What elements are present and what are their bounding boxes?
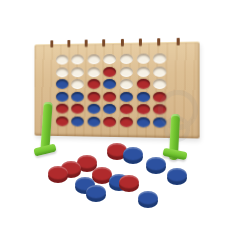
slot-mark [50, 40, 53, 47]
red-disc [137, 104, 150, 114]
empty-hole [72, 67, 84, 77]
empty-hole [120, 79, 133, 89]
red-disc [104, 117, 117, 127]
board-cell-r1c6 [135, 52, 152, 65]
blue-disc [56, 79, 68, 89]
blue-disc [88, 104, 101, 114]
board-cell-r3c6 [135, 78, 152, 91]
board-cell-r4c3 [86, 90, 102, 102]
board-cell-r1c2 [70, 53, 86, 66]
slot-mark [176, 38, 179, 45]
board-cell-r2c3 [86, 66, 102, 79]
left-stand-foot [33, 143, 56, 156]
empty-hole [88, 67, 101, 77]
board-cell-r2c1 [54, 66, 70, 78]
board-cell-r4c5 [118, 91, 135, 104]
board-cell-r3c3 [86, 78, 102, 90]
board-cell-r6c6 [135, 116, 152, 129]
slot-mark [139, 38, 142, 45]
empty-hole [120, 67, 133, 77]
board-cell-r3c4 [102, 78, 118, 91]
slot-mark [67, 40, 70, 47]
blue-disc [120, 92, 133, 102]
empty-hole [120, 54, 133, 64]
blue-disc [104, 79, 117, 89]
red-disc [120, 117, 133, 127]
slot-mark [85, 40, 88, 47]
empty-hole [137, 54, 150, 64]
red-disc [137, 79, 150, 89]
empty-hole [56, 55, 68, 65]
blue-disc [56, 92, 68, 102]
red-disc [56, 116, 68, 126]
board-cell-r5c2 [70, 103, 86, 115]
board-cell-r1c3 [86, 53, 102, 66]
board-cell-r6c5 [118, 116, 135, 129]
red-disc [56, 104, 68, 114]
board-cell-r3c2 [70, 78, 86, 90]
product-photo [0, 0, 228, 228]
board-cell-r5c1 [54, 103, 70, 115]
board-cell-r5c6 [135, 103, 152, 116]
board-grid [54, 52, 168, 129]
loose-blue-disc [146, 157, 166, 171]
red-disc [88, 92, 101, 102]
blue-disc [72, 116, 84, 126]
blue-disc [153, 117, 166, 127]
board-cell-r6c2 [70, 115, 86, 128]
blue-disc [137, 117, 150, 127]
board-cell-r1c4 [102, 53, 118, 66]
empty-hole [72, 79, 84, 89]
red-disc [153, 92, 166, 102]
loose-red-disc [48, 166, 68, 180]
board-cell-r2c2 [70, 66, 86, 78]
board-cell-r6c3 [86, 115, 102, 128]
blue-disc [137, 92, 150, 102]
slot-mark [103, 39, 106, 46]
board-cell-r3c5 [118, 78, 135, 91]
board-cell-r5c3 [86, 103, 102, 116]
slot-mark [121, 39, 124, 46]
board-cell-r4c6 [135, 91, 152, 104]
red-disc [72, 104, 84, 114]
red-disc [120, 104, 133, 114]
empty-hole [137, 66, 150, 76]
slot-mark [157, 38, 160, 45]
loose-blue-disc [138, 191, 158, 205]
board-cell-r2c7 [151, 65, 168, 78]
board-cell-r1c7 [151, 52, 168, 65]
board-cell-r4c7 [151, 91, 168, 104]
empty-hole [88, 54, 101, 64]
red-disc [88, 79, 101, 89]
board-cell-r6c7 [151, 116, 168, 129]
board-cell-r3c1 [54, 78, 70, 90]
red-disc [104, 92, 117, 102]
red-disc [104, 67, 117, 77]
loose-blue-disc [123, 147, 143, 161]
board-cell-r4c2 [70, 90, 86, 102]
empty-hole [153, 54, 166, 64]
board-cell-r6c4 [102, 115, 118, 128]
board-cell-r1c5 [118, 53, 135, 66]
board-cell-r5c5 [118, 103, 135, 116]
empty-hole [72, 55, 84, 65]
blue-disc [104, 104, 117, 114]
red-disc [153, 104, 166, 114]
blue-disc [72, 92, 84, 102]
board-cell-r3c7 [151, 78, 168, 91]
loose-blue-disc [86, 185, 106, 199]
slot-marks [35, 43, 200, 46]
board-cell-r6c1 [54, 115, 70, 127]
board-cell-r2c4 [102, 65, 118, 78]
board-cell-r4c4 [102, 90, 118, 103]
board-cell-r2c5 [118, 65, 135, 78]
empty-hole [104, 54, 117, 64]
board-cell-r5c4 [102, 103, 118, 116]
empty-hole [153, 66, 166, 76]
board-cell-r4c1 [54, 90, 70, 102]
blue-disc [88, 116, 101, 126]
board-cell-r1c1 [54, 54, 70, 66]
empty-hole [153, 79, 166, 89]
loose-red-disc [119, 175, 139, 189]
loose-blue-disc [167, 168, 187, 182]
board-cell-r5c7 [151, 103, 168, 116]
empty-hole [56, 67, 68, 77]
board-cell-r2c6 [135, 65, 152, 78]
